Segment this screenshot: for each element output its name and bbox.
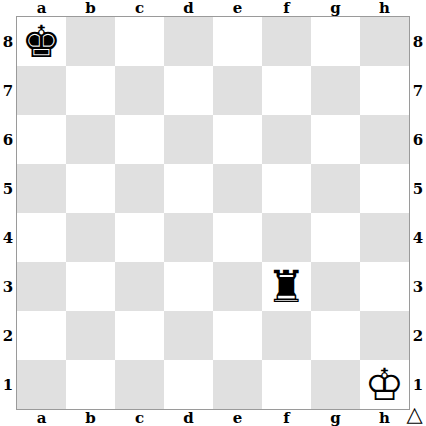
rank-label-1: 1 xyxy=(0,360,16,409)
square-h8[interactable] xyxy=(360,17,409,66)
rank-label-3: 3 xyxy=(0,262,16,311)
rank-label-2: 2 xyxy=(410,311,426,360)
square-a6[interactable] xyxy=(17,115,66,164)
square-f8[interactable] xyxy=(262,17,311,66)
rank-label-5: 5 xyxy=(410,164,426,213)
file-label-d: d xyxy=(164,410,213,426)
rank-labels-left: 87654321 xyxy=(0,17,16,409)
square-a7[interactable] xyxy=(17,66,66,115)
rank-label-8: 8 xyxy=(0,17,16,66)
square-g2[interactable] xyxy=(311,311,360,360)
file-label-g: g xyxy=(311,410,360,426)
rank-label-4: 4 xyxy=(0,213,16,262)
rank-label-7: 7 xyxy=(410,66,426,115)
square-g3[interactable] xyxy=(311,262,360,311)
rank-label-7: 7 xyxy=(0,66,16,115)
rank-label-4: 4 xyxy=(410,213,426,262)
chess-diagram: abcdefgh 87654321 ♚♜♔ 87654321 abcdefgh … xyxy=(0,0,426,426)
square-e4[interactable] xyxy=(213,213,262,262)
file-label-e: e xyxy=(213,0,262,16)
square-h7[interactable] xyxy=(360,66,409,115)
file-label-c: c xyxy=(115,410,164,426)
square-a4[interactable] xyxy=(17,213,66,262)
square-d5[interactable] xyxy=(164,164,213,213)
file-labels-top: abcdefgh xyxy=(17,0,409,16)
square-d1[interactable] xyxy=(164,360,213,409)
square-f4[interactable] xyxy=(262,213,311,262)
square-f5[interactable] xyxy=(262,164,311,213)
square-d4[interactable] xyxy=(164,213,213,262)
file-label-a: a xyxy=(17,410,66,426)
file-label-h: h xyxy=(360,0,409,16)
file-label-d: d xyxy=(164,0,213,16)
file-label-c: c xyxy=(115,0,164,16)
square-h2[interactable] xyxy=(360,311,409,360)
square-h1[interactable]: ♔ xyxy=(360,360,409,409)
square-e6[interactable] xyxy=(213,115,262,164)
square-f3[interactable]: ♜ xyxy=(262,262,311,311)
square-g8[interactable] xyxy=(311,17,360,66)
square-g5[interactable] xyxy=(311,164,360,213)
square-h4[interactable] xyxy=(360,213,409,262)
file-label-e: e xyxy=(213,410,262,426)
square-d8[interactable] xyxy=(164,17,213,66)
rank-label-6: 6 xyxy=(410,115,426,164)
rank-label-8: 8 xyxy=(410,17,426,66)
square-d2[interactable] xyxy=(164,311,213,360)
square-f7[interactable] xyxy=(262,66,311,115)
black-king-icon[interactable]: ♚ xyxy=(22,20,61,64)
square-f1[interactable] xyxy=(262,360,311,409)
file-label-b: b xyxy=(66,0,115,16)
black-rook-icon[interactable]: ♜ xyxy=(267,265,306,309)
square-c4[interactable] xyxy=(115,213,164,262)
file-label-f: f xyxy=(262,410,311,426)
square-c7[interactable] xyxy=(115,66,164,115)
square-g6[interactable] xyxy=(311,115,360,164)
square-a8[interactable]: ♚ xyxy=(17,17,66,66)
file-label-a: a xyxy=(17,0,66,16)
square-d6[interactable] xyxy=(164,115,213,164)
square-e1[interactable] xyxy=(213,360,262,409)
board: ♚♜♔ xyxy=(16,16,410,410)
square-g1[interactable] xyxy=(311,360,360,409)
square-b2[interactable] xyxy=(66,311,115,360)
square-d3[interactable] xyxy=(164,262,213,311)
rank-labels-right: 87654321 xyxy=(410,17,426,409)
square-c5[interactable] xyxy=(115,164,164,213)
square-b8[interactable] xyxy=(66,17,115,66)
square-e2[interactable] xyxy=(213,311,262,360)
file-label-f: f xyxy=(262,0,311,16)
square-a5[interactable] xyxy=(17,164,66,213)
square-e5[interactable] xyxy=(213,164,262,213)
square-g7[interactable] xyxy=(311,66,360,115)
square-a1[interactable] xyxy=(17,360,66,409)
square-b5[interactable] xyxy=(66,164,115,213)
square-h6[interactable] xyxy=(360,115,409,164)
square-e3[interactable] xyxy=(213,262,262,311)
square-b4[interactable] xyxy=(66,213,115,262)
square-c8[interactable] xyxy=(115,17,164,66)
square-b6[interactable] xyxy=(66,115,115,164)
rank-label-6: 6 xyxy=(0,115,16,164)
square-c2[interactable] xyxy=(115,311,164,360)
file-label-h: h xyxy=(360,410,409,426)
rank-label-2: 2 xyxy=(0,311,16,360)
square-h3[interactable] xyxy=(360,262,409,311)
square-a2[interactable] xyxy=(17,311,66,360)
white-to-move-triangle-icon: △ xyxy=(403,403,426,426)
file-label-g: g xyxy=(311,0,360,16)
square-f2[interactable] xyxy=(262,311,311,360)
square-c1[interactable] xyxy=(115,360,164,409)
square-g4[interactable] xyxy=(311,213,360,262)
square-c6[interactable] xyxy=(115,115,164,164)
square-e8[interactable] xyxy=(213,17,262,66)
square-b7[interactable] xyxy=(66,66,115,115)
rank-label-3: 3 xyxy=(410,262,426,311)
file-label-b: b xyxy=(66,410,115,426)
square-h5[interactable] xyxy=(360,164,409,213)
file-labels-bottom: abcdefgh xyxy=(17,410,409,426)
white-king-icon[interactable]: ♔ xyxy=(365,363,404,407)
square-f6[interactable] xyxy=(262,115,311,164)
square-b3[interactable] xyxy=(66,262,115,311)
square-b1[interactable] xyxy=(66,360,115,409)
square-d7[interactable] xyxy=(164,66,213,115)
square-e7[interactable] xyxy=(213,66,262,115)
rank-label-5: 5 xyxy=(0,164,16,213)
square-a3[interactable] xyxy=(17,262,66,311)
square-c3[interactable] xyxy=(115,262,164,311)
